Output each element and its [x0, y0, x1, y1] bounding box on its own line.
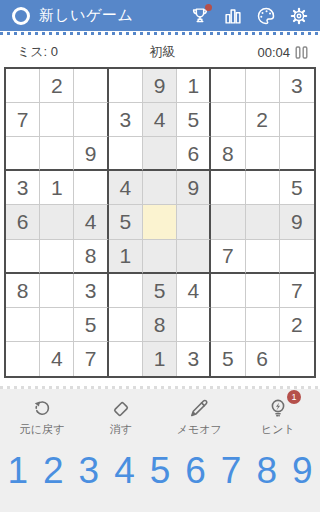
- cell-r1c1[interactable]: [6, 69, 40, 103]
- cell-r7c5[interactable]: 5: [143, 274, 177, 308]
- cell-r9c5[interactable]: 1: [143, 342, 177, 376]
- cell-r7c4[interactable]: [109, 274, 143, 308]
- cell-r5c8[interactable]: [246, 205, 280, 239]
- cell-r2c2[interactable]: [40, 103, 74, 137]
- cell-r1c2[interactable]: 2: [40, 69, 74, 103]
- eraser-icon: [109, 396, 133, 420]
- numpad-7[interactable]: 7: [213, 447, 249, 495]
- cell-r7c6[interactable]: 4: [177, 274, 211, 308]
- sudoku-board: 29137345296831495645981783547582471356: [4, 67, 316, 378]
- top-app-bar: 新しいゲーム: [0, 0, 320, 31]
- hint-button[interactable]: 1 ヒント: [240, 396, 316, 437]
- cell-r2c1[interactable]: 7: [6, 103, 40, 137]
- cell-r8c3[interactable]: 5: [74, 308, 108, 342]
- numpad-6[interactable]: 6: [178, 447, 214, 495]
- timer: 00:04: [257, 45, 290, 60]
- new-game-button[interactable]: 新しいゲーム: [39, 6, 189, 25]
- memo-button[interactable]: メモオフ: [161, 396, 237, 437]
- cell-r5c9[interactable]: 9: [280, 205, 314, 239]
- cell-r4c9[interactable]: 5: [280, 171, 314, 205]
- numpad-3[interactable]: 3: [71, 447, 107, 495]
- cell-r6c5[interactable]: [143, 240, 177, 274]
- difficulty-label: 初級: [114, 43, 211, 61]
- cell-r6c9[interactable]: [280, 240, 314, 274]
- cell-r8c9[interactable]: 2: [280, 308, 314, 342]
- cell-r8c4[interactable]: [109, 308, 143, 342]
- settings-gear-icon[interactable]: [288, 5, 310, 27]
- cell-r3c8[interactable]: [246, 137, 280, 171]
- cell-r6c7[interactable]: 7: [211, 240, 245, 274]
- cell-r9c2[interactable]: 4: [40, 342, 74, 376]
- cell-r9c7[interactable]: 5: [211, 342, 245, 376]
- cell-r7c2[interactable]: [40, 274, 74, 308]
- hint-bulb-icon: 1: [266, 396, 290, 420]
- cell-r3c3[interactable]: 9: [74, 137, 108, 171]
- cell-r6c1[interactable]: [6, 240, 40, 274]
- cell-r9c1[interactable]: [6, 342, 40, 376]
- mistakes-counter: ミス: 0: [0, 43, 114, 61]
- statistics-icon[interactable]: [222, 5, 244, 27]
- cell-r4c3[interactable]: [74, 171, 108, 205]
- cell-r3c4[interactable]: [109, 137, 143, 171]
- undo-icon: [30, 396, 54, 420]
- cell-r9c4[interactable]: [109, 342, 143, 376]
- cell-r7c7[interactable]: [211, 274, 245, 308]
- cell-r3c5[interactable]: [143, 137, 177, 171]
- cell-r6c8[interactable]: [246, 240, 280, 274]
- cell-r4c7[interactable]: [211, 171, 245, 205]
- cell-r5c1[interactable]: 6: [6, 205, 40, 239]
- cell-r7c1[interactable]: 8: [6, 274, 40, 308]
- numpad-8[interactable]: 8: [249, 447, 285, 495]
- number-pad: 123456789: [0, 437, 320, 495]
- erase-label: 消す: [110, 422, 132, 437]
- cell-r2c4[interactable]: 3: [109, 103, 143, 137]
- cell-r3c9[interactable]: [280, 137, 314, 171]
- cell-r8c7[interactable]: [211, 308, 245, 342]
- cell-r5c5[interactable]: [143, 205, 177, 239]
- cell-r5c3[interactable]: 4: [74, 205, 108, 239]
- cell-r4c6[interactable]: 9: [177, 171, 211, 205]
- numpad-1[interactable]: 1: [0, 447, 36, 495]
- cell-r2c5[interactable]: 4: [143, 103, 177, 137]
- cell-r5c2[interactable]: [40, 205, 74, 239]
- numpad-9[interactable]: 9: [285, 447, 320, 495]
- cell-r2c6[interactable]: 5: [177, 103, 211, 137]
- theme-palette-icon[interactable]: [255, 5, 277, 27]
- cell-r6c3[interactable]: 8: [74, 240, 108, 274]
- numpad-4[interactable]: 4: [107, 447, 143, 495]
- cell-r1c5[interactable]: 9: [143, 69, 177, 103]
- numpad-5[interactable]: 5: [142, 447, 178, 495]
- cell-r8c5[interactable]: 8: [143, 308, 177, 342]
- cell-r6c2[interactable]: [40, 240, 74, 274]
- cell-r2c3[interactable]: [74, 103, 108, 137]
- cell-r7c9[interactable]: 7: [280, 274, 314, 308]
- cell-r9c3[interactable]: 7: [74, 342, 108, 376]
- cell-r8c6[interactable]: [177, 308, 211, 342]
- cell-r1c9[interactable]: 3: [280, 69, 314, 103]
- cell-r4c1[interactable]: 3: [6, 171, 40, 205]
- hint-label: ヒント: [261, 422, 295, 437]
- cell-r2c7[interactable]: [211, 103, 245, 137]
- cell-r3c7[interactable]: 8: [211, 137, 245, 171]
- cell-r5c4[interactable]: 5: [109, 205, 143, 239]
- cell-r5c7[interactable]: [211, 205, 245, 239]
- undo-label: 元に戻す: [20, 422, 65, 437]
- hint-count-badge: 1: [287, 390, 301, 404]
- cell-r1c8[interactable]: [246, 69, 280, 103]
- new-game-logo-icon[interactable]: [12, 7, 30, 25]
- cell-r4c8[interactable]: [246, 171, 280, 205]
- cell-r4c4[interactable]: 4: [109, 171, 143, 205]
- cell-r8c2[interactable]: [40, 308, 74, 342]
- cell-r2c9[interactable]: [280, 103, 314, 137]
- memo-pencil-icon: [187, 396, 211, 420]
- cell-r7c3[interactable]: 3: [74, 274, 108, 308]
- cell-r4c2[interactable]: 1: [40, 171, 74, 205]
- cell-r1c3[interactable]: [74, 69, 108, 103]
- undo-button[interactable]: 元に戻す: [4, 396, 80, 437]
- cell-r1c7[interactable]: [211, 69, 245, 103]
- header-icons: [189, 5, 310, 27]
- cell-r9c9[interactable]: [280, 342, 314, 376]
- cell-r6c4[interactable]: 1: [109, 240, 143, 274]
- memo-label: メモオフ: [177, 422, 222, 437]
- status-bar: ミス: 0 初級 00:04: [0, 37, 320, 67]
- pause-icon[interactable]: [295, 46, 308, 59]
- toolbar: 元に戻す 消す メモオフ: [0, 389, 320, 437]
- cell-r8c1[interactable]: [6, 308, 40, 342]
- cell-r3c2[interactable]: [40, 137, 74, 171]
- cell-r9c8[interactable]: 6: [246, 342, 280, 376]
- trophy-icon[interactable]: [189, 5, 211, 27]
- cell-r1c4[interactable]: [109, 69, 143, 103]
- cell-r2c8[interactable]: 2: [246, 103, 280, 137]
- numpad-2[interactable]: 2: [36, 447, 72, 495]
- cell-r6c6[interactable]: [177, 240, 211, 274]
- cell-r1c6[interactable]: 1: [177, 69, 211, 103]
- erase-button[interactable]: 消す: [83, 396, 159, 437]
- notification-dot: [205, 4, 212, 11]
- cell-r8c8[interactable]: [246, 308, 280, 342]
- cell-r3c6[interactable]: 6: [177, 137, 211, 171]
- cell-r7c8[interactable]: [246, 274, 280, 308]
- cell-r5c6[interactable]: [177, 205, 211, 239]
- cell-r4c5[interactable]: [143, 171, 177, 205]
- cell-r9c6[interactable]: 3: [177, 342, 211, 376]
- footer-panel: 元に戻す 消す メモオフ: [0, 389, 320, 512]
- cell-r3c1[interactable]: [6, 137, 40, 171]
